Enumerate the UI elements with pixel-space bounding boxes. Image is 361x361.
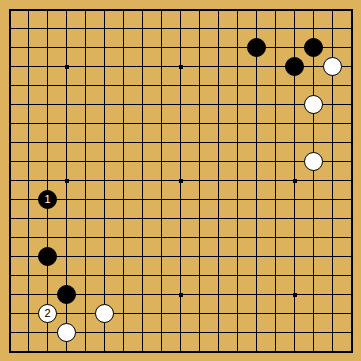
go-board: 12 xyxy=(0,0,361,361)
stone-white-d2 xyxy=(57,323,76,342)
stone-black-d4 xyxy=(57,285,76,304)
stone-white-c3: 2 xyxy=(38,304,57,323)
stone-white-s16 xyxy=(323,57,342,76)
stone-black-c6 xyxy=(38,247,57,266)
move-number-label: 1 xyxy=(44,194,50,205)
stone-white-r14 xyxy=(304,95,323,114)
stone-white-f3 xyxy=(95,304,114,323)
stone-black-r17 xyxy=(304,38,323,57)
stone-black-o17 xyxy=(247,38,266,57)
move-number-label: 2 xyxy=(44,308,50,319)
stone-white-r11 xyxy=(304,152,323,171)
stones-layer: 12 xyxy=(0,0,361,361)
stone-black-c9: 1 xyxy=(38,190,57,209)
stone-black-q16 xyxy=(285,57,304,76)
